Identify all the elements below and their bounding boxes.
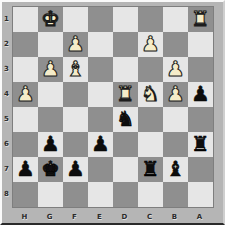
square-c2[interactable]: ♟: [138, 32, 163, 57]
square-g1[interactable]: ♚: [38, 7, 63, 32]
white-king-g1[interactable]: ♚: [38, 7, 63, 32]
file-label-F: F: [62, 211, 87, 223]
square-d7[interactable]: [113, 157, 138, 182]
rank-label-1: 1: [2, 6, 11, 31]
square-h3[interactable]: [13, 57, 38, 82]
square-d2[interactable]: [113, 32, 138, 57]
square-f3[interactable]: ♝: [63, 57, 88, 82]
rank-label-5: 5: [2, 106, 11, 131]
square-e8[interactable]: [88, 182, 113, 207]
square-f8[interactable]: [63, 182, 88, 207]
square-b3[interactable]: ♟: [163, 57, 188, 82]
square-h8[interactable]: [13, 182, 38, 207]
square-h6[interactable]: [13, 132, 38, 157]
square-a6[interactable]: ♜: [188, 132, 213, 157]
white-bishop-f3[interactable]: ♝: [63, 57, 88, 82]
file-label-G: G: [37, 211, 62, 223]
chess-board: ♚♜♟♟♟♝♟♟♜♞♟♟♞♟♟♜♟♚♟♜♝: [12, 6, 214, 208]
square-f2[interactable]: ♟: [63, 32, 88, 57]
white-pawn-b3[interactable]: ♟: [163, 57, 188, 82]
square-f4[interactable]: [63, 82, 88, 107]
square-h4[interactable]: ♟: [13, 82, 38, 107]
white-pawn-f2[interactable]: ♟: [63, 32, 88, 57]
square-c7[interactable]: ♜: [138, 157, 163, 182]
square-f6[interactable]: [63, 132, 88, 157]
square-d4[interactable]: ♜: [113, 82, 138, 107]
square-c1[interactable]: [138, 7, 163, 32]
square-d5[interactable]: ♞: [113, 107, 138, 132]
file-label-H: H: [12, 211, 37, 223]
square-f7[interactable]: ♟: [63, 157, 88, 182]
square-d1[interactable]: [113, 7, 138, 32]
rank-label-7: 7: [2, 156, 11, 181]
rank-label-8: 8: [2, 181, 11, 206]
square-a7[interactable]: [188, 157, 213, 182]
square-b8[interactable]: [163, 182, 188, 207]
square-a3[interactable]: [188, 57, 213, 82]
white-pawn-h4[interactable]: ♟: [13, 82, 38, 107]
square-e7[interactable]: [88, 157, 113, 182]
square-a4[interactable]: ♟: [188, 82, 213, 107]
square-f1[interactable]: [63, 7, 88, 32]
black-pawn-f7[interactable]: ♟: [63, 157, 88, 182]
square-a1[interactable]: ♜: [188, 7, 213, 32]
file-label-E: E: [87, 211, 112, 223]
square-d3[interactable]: [113, 57, 138, 82]
square-b1[interactable]: [163, 7, 188, 32]
square-e4[interactable]: [88, 82, 113, 107]
white-pawn-c2[interactable]: ♟: [138, 32, 163, 57]
rank-label-3: 3: [2, 56, 11, 81]
square-a2[interactable]: [188, 32, 213, 57]
square-b6[interactable]: [163, 132, 188, 157]
white-pawn-g3[interactable]: ♟: [38, 57, 63, 82]
square-d6[interactable]: [113, 132, 138, 157]
square-g7[interactable]: ♚: [38, 157, 63, 182]
black-pawn-g6[interactable]: ♟: [38, 132, 63, 157]
square-e5[interactable]: [88, 107, 113, 132]
square-h7[interactable]: ♟: [13, 157, 38, 182]
square-e3[interactable]: [88, 57, 113, 82]
file-label-D: D: [112, 211, 137, 223]
square-d8[interactable]: [113, 182, 138, 207]
white-rook-d4[interactable]: ♜: [113, 82, 138, 107]
square-c4[interactable]: ♞: [138, 82, 163, 107]
square-g4[interactable]: [38, 82, 63, 107]
square-g3[interactable]: ♟: [38, 57, 63, 82]
square-c3[interactable]: [138, 57, 163, 82]
white-pawn-b4[interactable]: ♟: [163, 82, 188, 107]
chess-diagram-frame: ♚♜♟♟♟♝♟♟♜♞♟♟♞♟♟♜♟♚♟♜♝ 12345678 HGFEDCBA: [0, 0, 225, 225]
black-bishop-b7[interactable]: ♝: [163, 157, 188, 182]
square-e2[interactable]: [88, 32, 113, 57]
square-c5[interactable]: [138, 107, 163, 132]
black-knight-d5[interactable]: ♞: [113, 107, 138, 132]
square-g8[interactable]: [38, 182, 63, 207]
black-pawn-e6[interactable]: ♟: [88, 132, 113, 157]
square-c6[interactable]: [138, 132, 163, 157]
square-e6[interactable]: ♟: [88, 132, 113, 157]
square-b2[interactable]: [163, 32, 188, 57]
black-pawn-h7[interactable]: ♟: [13, 157, 38, 182]
square-h2[interactable]: [13, 32, 38, 57]
square-f5[interactable]: [63, 107, 88, 132]
square-b7[interactable]: ♝: [163, 157, 188, 182]
square-g5[interactable]: [38, 107, 63, 132]
square-a5[interactable]: [188, 107, 213, 132]
rank-label-4: 4: [2, 81, 11, 106]
file-label-A: A: [187, 211, 212, 223]
square-h1[interactable]: [13, 7, 38, 32]
white-rook-a1[interactable]: ♜: [188, 7, 213, 32]
square-b5[interactable]: [163, 107, 188, 132]
black-pawn-a4[interactable]: ♟: [188, 82, 213, 107]
square-e1[interactable]: [88, 7, 113, 32]
rank-label-2: 2: [2, 31, 11, 56]
file-label-B: B: [162, 211, 187, 223]
rank-label-6: 6: [2, 131, 11, 156]
black-rook-a6[interactable]: ♜: [188, 132, 213, 157]
black-king-g7[interactable]: ♚: [38, 157, 63, 182]
square-h5[interactable]: [13, 107, 38, 132]
square-b4[interactable]: ♟: [163, 82, 188, 107]
file-label-C: C: [137, 211, 162, 223]
square-g2[interactable]: [38, 32, 63, 57]
square-g6[interactable]: ♟: [38, 132, 63, 157]
square-c8[interactable]: [138, 182, 163, 207]
square-a8[interactable]: [188, 182, 213, 207]
white-knight-c4[interactable]: ♞: [138, 82, 163, 107]
black-rook-c7[interactable]: ♜: [138, 157, 163, 182]
